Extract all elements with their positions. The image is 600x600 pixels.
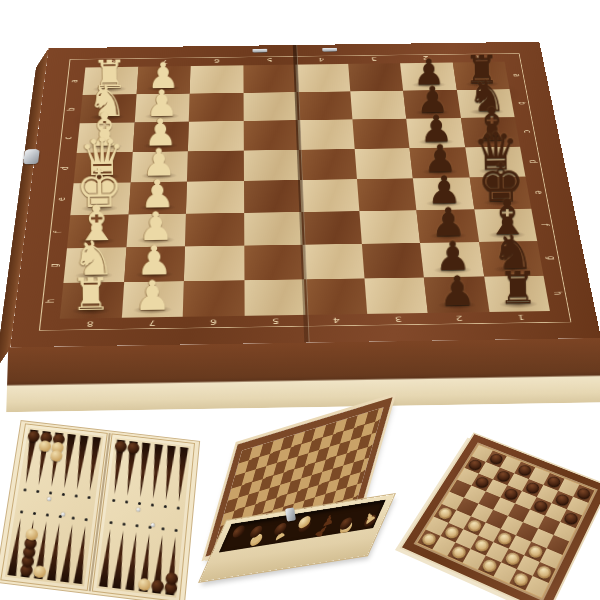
chess-board: ♜♟♟♜♞♟♟♞♝♟♟♝♛♟♟♛♚♟♟♚♝♟♟♝♞♟♟♞♜♟♟♜ 88aa77b… xyxy=(10,42,600,347)
thumbnail-checkers[interactable] xyxy=(398,420,600,600)
point-dot xyxy=(72,516,75,519)
point-dot xyxy=(84,518,87,521)
square xyxy=(356,178,416,210)
coord-number: 6 xyxy=(182,318,244,326)
coord-number: 5 xyxy=(243,57,295,63)
screw-icon xyxy=(136,508,140,512)
square xyxy=(243,150,300,181)
tan-checker xyxy=(38,440,51,452)
square xyxy=(296,91,351,120)
point-dot xyxy=(36,490,39,493)
coord-number: 4 xyxy=(305,316,367,324)
square xyxy=(184,246,244,281)
screw-icon xyxy=(47,497,52,501)
point-dot xyxy=(135,524,138,527)
black-pawn: ♟ xyxy=(439,270,476,312)
stored-dark-disc xyxy=(232,523,247,540)
point-row xyxy=(109,439,190,502)
box-left-face xyxy=(0,47,49,371)
coord-number: 5 xyxy=(244,317,306,325)
square: ♜ xyxy=(484,275,550,312)
square xyxy=(301,211,361,245)
square xyxy=(243,65,297,93)
point-dot xyxy=(87,496,90,499)
tan-checker xyxy=(49,450,62,462)
screw-icon xyxy=(61,512,66,516)
square xyxy=(185,213,244,247)
thumbnail-backgammon[interactable] xyxy=(0,420,200,600)
square xyxy=(187,150,244,181)
clasp-icon xyxy=(23,149,40,164)
point-dot xyxy=(46,513,49,516)
square xyxy=(244,279,305,316)
point-dot xyxy=(75,494,78,497)
square xyxy=(354,148,413,179)
black-rook: ♜ xyxy=(498,266,538,311)
checkers-board xyxy=(402,434,600,600)
point-dot xyxy=(125,500,128,503)
checkers-grid xyxy=(417,445,594,597)
point-row xyxy=(21,429,103,492)
screw-icon xyxy=(150,522,154,526)
tan-checker xyxy=(32,565,46,579)
hinge-icon xyxy=(253,49,268,53)
point-dot xyxy=(23,488,26,491)
thumbnail-open-box[interactable]: ♟♟♟♟♟ xyxy=(198,420,402,600)
square xyxy=(244,245,304,280)
square xyxy=(188,121,243,151)
backgammon-board xyxy=(0,421,199,600)
square xyxy=(348,63,403,91)
point-dot xyxy=(33,512,36,515)
point-dot xyxy=(49,491,52,494)
square xyxy=(359,210,420,244)
coord-number: 2 xyxy=(428,314,490,322)
square xyxy=(298,119,355,149)
point-dot xyxy=(177,506,180,509)
square: ♟ xyxy=(424,276,489,313)
square xyxy=(361,243,423,278)
point-dot xyxy=(20,510,23,513)
hinge-icon xyxy=(322,48,337,52)
point-dot xyxy=(112,499,115,502)
square xyxy=(300,179,359,212)
coord-number: 4 xyxy=(295,56,347,62)
box-front-face xyxy=(6,338,600,412)
coord-number: 3 xyxy=(347,56,400,62)
stored-pawn-tan: ♟ xyxy=(363,508,378,527)
point-dot xyxy=(138,502,141,505)
coord-number: 8 xyxy=(59,320,121,328)
square xyxy=(295,64,349,92)
point-dot xyxy=(122,523,125,526)
coord-number: 1 xyxy=(489,313,551,321)
dark-checker xyxy=(126,442,139,454)
square xyxy=(350,90,406,119)
square xyxy=(190,65,243,93)
white-rook: ♜ xyxy=(70,273,111,318)
square xyxy=(352,119,410,149)
point-dot xyxy=(164,505,167,508)
point-dot xyxy=(174,529,177,532)
point-row xyxy=(6,518,91,585)
square xyxy=(299,149,357,180)
tan-checker xyxy=(137,578,151,592)
main-chess-photo: ♜♟♟♜♞♟♟♞♝♟♟♝♛♟♟♛♚♟♟♚♝♟♟♝♞♟♟♞♜♟♟♜ 88aa77b… xyxy=(0,0,600,428)
point-dot xyxy=(151,503,154,506)
point-dot xyxy=(109,521,112,524)
square xyxy=(243,120,299,150)
square xyxy=(303,244,364,279)
coord-number: 3 xyxy=(367,315,429,323)
product-photo: ♜♟♟♜♞♟♟♞♝♟♟♝♛♟♟♛♚♟♟♚♝♟♟♝♞♟♟♞♜♟♟♜ 88aa77b… xyxy=(0,0,600,600)
point-dot xyxy=(62,493,65,496)
square xyxy=(364,277,428,314)
square xyxy=(189,93,243,122)
square xyxy=(186,181,244,214)
point-row xyxy=(98,528,181,595)
coord-number: 7 xyxy=(121,319,183,327)
square xyxy=(244,212,303,246)
square xyxy=(304,278,367,315)
stored-pawn-dark: ♟ xyxy=(312,523,331,541)
square xyxy=(243,92,298,121)
dark-checker xyxy=(150,579,164,593)
point-dot xyxy=(161,527,164,530)
chess-grid: ♜♟♟♜♞♟♟♞♝♟♟♝♛♟♟♛♚♟♟♚♝♟♟♝♞♟♟♞♜♟♟♜ xyxy=(60,62,550,319)
square xyxy=(243,180,301,213)
square xyxy=(183,280,244,317)
square: ♜ xyxy=(60,282,124,319)
checkers-scene xyxy=(398,420,600,600)
square: ♟ xyxy=(121,281,184,318)
dark-checker xyxy=(27,430,40,442)
white-pawn: ♟ xyxy=(133,275,171,317)
coord-number: 6 xyxy=(191,58,243,64)
dark-checker xyxy=(114,440,127,452)
